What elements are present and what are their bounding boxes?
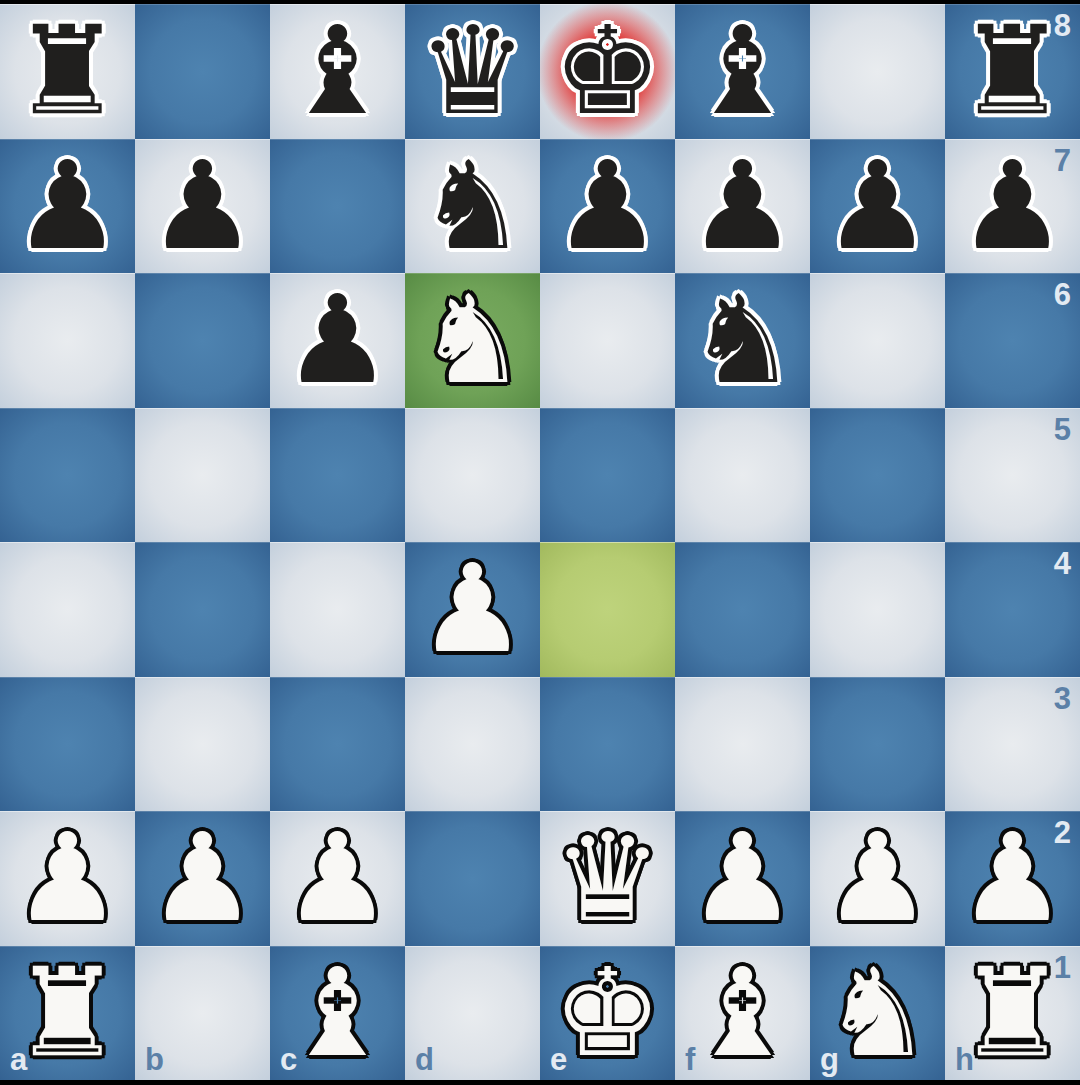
white-pawn[interactable]: ♟ xyxy=(810,811,945,946)
white-bishop[interactable]: ♝ xyxy=(270,946,405,1081)
white-pawn[interactable]: ♟ xyxy=(135,811,270,946)
white-knight[interactable]: ♞ xyxy=(810,946,945,1081)
square-f6[interactable]: ♞ xyxy=(675,273,810,408)
square-f8[interactable]: ♝ xyxy=(675,4,810,139)
square-b3[interactable] xyxy=(135,677,270,812)
black-pawn[interactable]: ♟ xyxy=(0,139,135,274)
rank-label-3: 3 xyxy=(1054,683,1071,714)
white-pawn[interactable]: ♟ xyxy=(945,811,1080,946)
square-a3[interactable] xyxy=(0,677,135,812)
square-c6[interactable]: ♟ xyxy=(270,273,405,408)
square-c8[interactable]: ♝ xyxy=(270,4,405,139)
black-knight[interactable]: ♞ xyxy=(405,139,540,274)
black-rook[interactable]: ♜ xyxy=(945,4,1080,139)
square-b7[interactable]: ♟ xyxy=(135,139,270,274)
black-pawn[interactable]: ♟ xyxy=(675,139,810,274)
square-h3[interactable]: 3 xyxy=(945,677,1080,812)
square-g2[interactable]: ♟ xyxy=(810,811,945,946)
white-rook[interactable]: ♜ xyxy=(945,946,1080,1081)
white-pawn[interactable]: ♟ xyxy=(270,811,405,946)
square-c1[interactable]: c♝ xyxy=(270,946,405,1081)
file-label-b: b xyxy=(145,1044,164,1075)
square-h7[interactable]: 7♟ xyxy=(945,139,1080,274)
square-e5[interactable] xyxy=(540,408,675,543)
square-d1[interactable]: d xyxy=(405,946,540,1081)
square-c2[interactable]: ♟ xyxy=(270,811,405,946)
square-f2[interactable]: ♟ xyxy=(675,811,810,946)
square-g6[interactable] xyxy=(810,273,945,408)
square-h4[interactable]: 4 xyxy=(945,542,1080,677)
square-h5[interactable]: 5 xyxy=(945,408,1080,543)
square-a7[interactable]: ♟ xyxy=(0,139,135,274)
rank-label-6: 6 xyxy=(1054,279,1071,310)
square-h6[interactable]: 6 xyxy=(945,273,1080,408)
black-knight[interactable]: ♞ xyxy=(675,273,810,408)
square-c7[interactable] xyxy=(270,139,405,274)
square-c3[interactable] xyxy=(270,677,405,812)
white-knight[interactable]: ♞ xyxy=(405,273,540,408)
square-c5[interactable] xyxy=(270,408,405,543)
square-e6[interactable] xyxy=(540,273,675,408)
black-pawn[interactable]: ♟ xyxy=(945,139,1080,274)
white-queen[interactable]: ♛ xyxy=(540,811,675,946)
white-rook[interactable]: ♜ xyxy=(0,946,135,1081)
square-d5[interactable] xyxy=(405,408,540,543)
square-d2[interactable] xyxy=(405,811,540,946)
square-b5[interactable] xyxy=(135,408,270,543)
square-e4[interactable] xyxy=(540,542,675,677)
square-h2[interactable]: 2♟ xyxy=(945,811,1080,946)
black-pawn[interactable]: ♟ xyxy=(135,139,270,274)
black-pawn[interactable]: ♟ xyxy=(270,273,405,408)
black-bishop[interactable]: ♝ xyxy=(270,4,405,139)
file-label-d: d xyxy=(415,1044,434,1075)
square-a2[interactable]: ♟ xyxy=(0,811,135,946)
square-b1[interactable]: b xyxy=(135,946,270,1081)
square-b4[interactable] xyxy=(135,542,270,677)
square-g3[interactable] xyxy=(810,677,945,812)
black-rook[interactable]: ♜ xyxy=(0,4,135,139)
square-c4[interactable] xyxy=(270,542,405,677)
chess-board: ♜♝♛♚♝8♜♟♟♞♟♟♟7♟♟♞♞65♟43♟♟♟♛♟♟2♟a♜bc♝de♚f… xyxy=(0,4,1080,1080)
white-pawn[interactable]: ♟ xyxy=(675,811,810,946)
square-a8[interactable]: ♜ xyxy=(0,4,135,139)
white-pawn[interactable]: ♟ xyxy=(0,811,135,946)
black-pawn[interactable]: ♟ xyxy=(810,139,945,274)
white-pawn[interactable]: ♟ xyxy=(405,542,540,677)
rank-label-4: 4 xyxy=(1054,548,1071,579)
square-f5[interactable] xyxy=(675,408,810,543)
square-f7[interactable]: ♟ xyxy=(675,139,810,274)
square-e8[interactable]: ♚ xyxy=(540,4,675,139)
black-pawn[interactable]: ♟ xyxy=(540,139,675,274)
square-e7[interactable]: ♟ xyxy=(540,139,675,274)
square-e1[interactable]: e♚ xyxy=(540,946,675,1081)
square-d7[interactable]: ♞ xyxy=(405,139,540,274)
square-g5[interactable] xyxy=(810,408,945,543)
black-king[interactable]: ♚ xyxy=(540,4,675,139)
square-f1[interactable]: f♝ xyxy=(675,946,810,1081)
square-a1[interactable]: a♜ xyxy=(0,946,135,1081)
square-d4[interactable]: ♟ xyxy=(405,542,540,677)
square-b6[interactable] xyxy=(135,273,270,408)
rank-label-5: 5 xyxy=(1054,414,1071,445)
square-h8[interactable]: 8♜ xyxy=(945,4,1080,139)
square-a4[interactable] xyxy=(0,542,135,677)
square-b8[interactable] xyxy=(135,4,270,139)
square-h1[interactable]: h1♜ xyxy=(945,946,1080,1081)
square-e2[interactable]: ♛ xyxy=(540,811,675,946)
square-f4[interactable] xyxy=(675,542,810,677)
white-king[interactable]: ♚ xyxy=(540,946,675,1081)
square-f3[interactable] xyxy=(675,677,810,812)
black-bishop[interactable]: ♝ xyxy=(675,4,810,139)
square-g1[interactable]: g♞ xyxy=(810,946,945,1081)
square-e3[interactable] xyxy=(540,677,675,812)
square-d8[interactable]: ♛ xyxy=(405,4,540,139)
chess-app-screen: { "game": "chess", "description": "Chess… xyxy=(0,0,1080,1085)
square-g7[interactable]: ♟ xyxy=(810,139,945,274)
square-g8[interactable] xyxy=(810,4,945,139)
square-g4[interactable] xyxy=(810,542,945,677)
square-a5[interactable] xyxy=(0,408,135,543)
square-d3[interactable] xyxy=(405,677,540,812)
square-a6[interactable] xyxy=(0,273,135,408)
square-d6[interactable]: ♞ xyxy=(405,273,540,408)
white-bishop[interactable]: ♝ xyxy=(675,946,810,1081)
square-b2[interactable]: ♟ xyxy=(135,811,270,946)
black-queen[interactable]: ♛ xyxy=(405,4,540,139)
